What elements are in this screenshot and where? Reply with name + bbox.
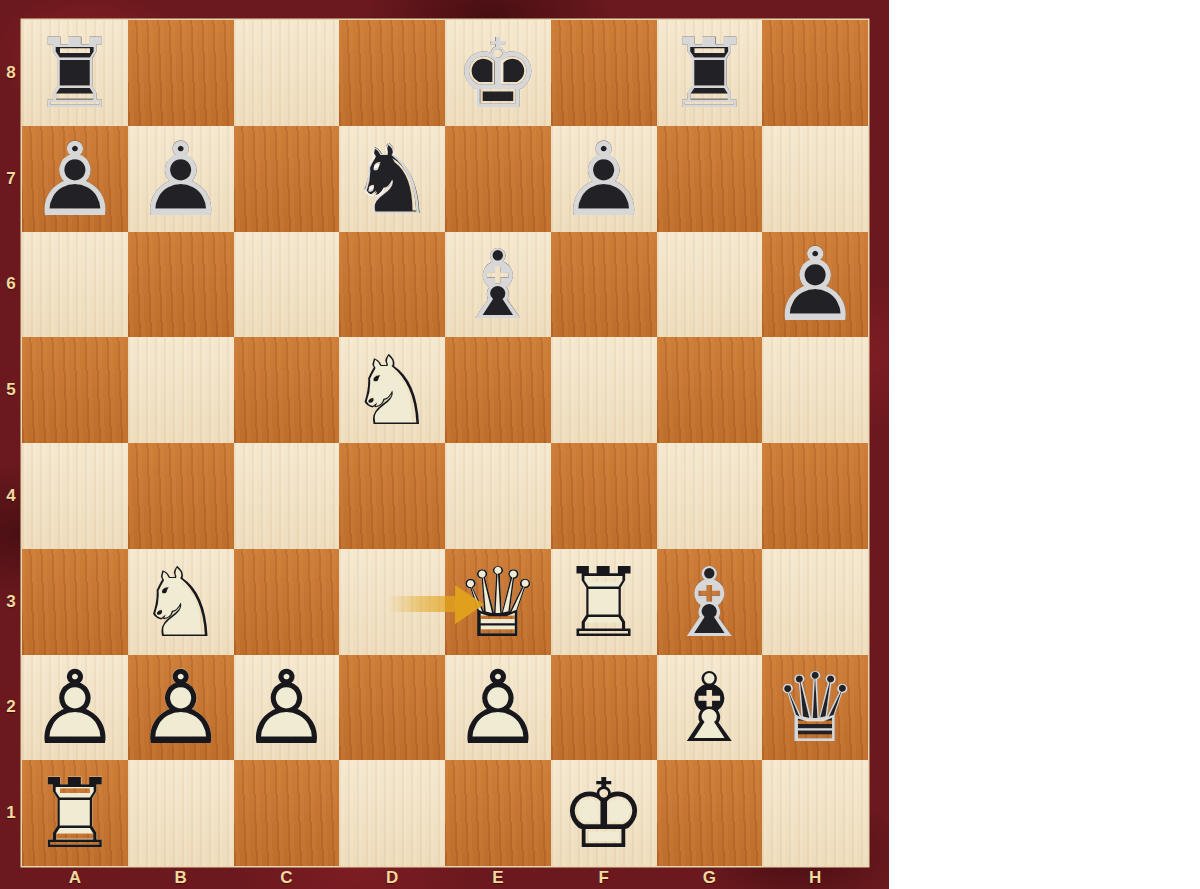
square-c2[interactable]: ♟♙ [234, 655, 340, 761]
square-e1[interactable] [445, 760, 551, 866]
square-d6[interactable] [339, 232, 445, 338]
white-rook-a1[interactable]: ♜♖ [22, 760, 128, 866]
square-f3[interactable]: ♜♖ [551, 549, 657, 655]
black-queen-h2[interactable]: ♛♕ [762, 655, 868, 761]
square-g7[interactable] [657, 126, 763, 232]
board-diagram: ♜♖♚♔♜♖♟♙♟♙♞♘♟♙♝♗♟♙♞♘♞♘♛♕♜♖♝♗♟♙♟♙♟♙♟♙♝♗♛♕… [0, 0, 1200, 889]
square-b1[interactable] [128, 760, 234, 866]
file-label-h: H [809, 868, 821, 888]
black-king-e8[interactable]: ♚♔ [445, 20, 551, 126]
white-pawn-b2[interactable]: ♟♙ [128, 655, 234, 761]
white-queen-icon: ♕ [455, 555, 541, 651]
black-rook-g8[interactable]: ♜♖ [657, 20, 763, 126]
square-f6[interactable] [551, 232, 657, 338]
white-knight-icon: ♘ [138, 555, 224, 651]
file-label-f: F [598, 868, 608, 888]
square-f7[interactable]: ♟♙ [551, 126, 657, 232]
file-label-b: B [174, 868, 186, 888]
board-frame: ♜♖♚♔♜♖♟♙♟♙♞♘♟♙♝♗♟♙♞♘♞♘♛♕♜♖♝♗♟♙♟♙♟♙♟♙♝♗♛♕… [0, 0, 889, 889]
file-label-d: D [386, 868, 398, 888]
black-pawn-a7[interactable]: ♟♙ [22, 126, 128, 232]
black-pawn-icon: ♙ [29, 129, 120, 231]
square-d5[interactable]: ♞♘ [339, 337, 445, 443]
black-queen-icon: ♕ [772, 660, 858, 756]
black-bishop-g3[interactable]: ♝♗ [657, 549, 763, 655]
white-pawn-a2[interactable]: ♟♙ [22, 655, 128, 761]
white-knight-icon: ♘ [349, 343, 435, 439]
square-g3[interactable]: ♝♗ [657, 549, 763, 655]
white-pawn-icon: ♙ [241, 657, 332, 759]
rank-label-3: 3 [6, 592, 15, 612]
square-a4[interactable] [22, 443, 128, 549]
square-c8[interactable] [234, 20, 340, 126]
square-h4[interactable] [762, 443, 868, 549]
square-e2[interactable]: ♟♙ [445, 655, 551, 761]
black-rook-icon: ♖ [666, 26, 752, 122]
square-b3[interactable]: ♞♘ [128, 549, 234, 655]
square-g5[interactable] [657, 337, 763, 443]
file-label-a: A [69, 868, 81, 888]
square-a3[interactable] [22, 549, 128, 655]
square-d2[interactable] [339, 655, 445, 761]
square-h6[interactable]: ♟♙ [762, 232, 868, 338]
white-rook-f3[interactable]: ♜♖ [551, 549, 657, 655]
white-bishop-g2[interactable]: ♝♗ [657, 655, 763, 761]
white-queen-e3[interactable]: ♛♕ [445, 549, 551, 655]
square-d7[interactable]: ♞♘ [339, 126, 445, 232]
square-e6[interactable]: ♝♗ [445, 232, 551, 338]
black-rook-a8[interactable]: ♜♖ [22, 20, 128, 126]
square-g1[interactable] [657, 760, 763, 866]
square-e8[interactable]: ♚♔ [445, 20, 551, 126]
square-d8[interactable] [339, 20, 445, 126]
square-d4[interactable] [339, 443, 445, 549]
black-bishop-e6[interactable]: ♝♗ [445, 232, 551, 338]
rank-label-1: 1 [6, 803, 15, 823]
square-h3[interactable] [762, 549, 868, 655]
square-c4[interactable] [234, 443, 340, 549]
square-f4[interactable] [551, 443, 657, 549]
square-b8[interactable] [128, 20, 234, 126]
square-a8[interactable]: ♜♖ [22, 20, 128, 126]
white-knight-b3[interactable]: ♞♘ [128, 549, 234, 655]
square-g8[interactable]: ♜♖ [657, 20, 763, 126]
file-labels: ABCDEFGH [22, 866, 868, 889]
white-pawn-icon: ♙ [452, 657, 543, 759]
square-e5[interactable] [445, 337, 551, 443]
square-h8[interactable] [762, 20, 868, 126]
square-h1[interactable] [762, 760, 868, 866]
square-a5[interactable] [22, 337, 128, 443]
square-f2[interactable] [551, 655, 657, 761]
black-pawn-icon: ♙ [769, 234, 860, 336]
black-pawn-f7[interactable]: ♟♙ [551, 126, 657, 232]
black-pawn-h6[interactable]: ♟♙ [762, 232, 868, 338]
white-rook-icon: ♖ [32, 766, 118, 862]
square-h5[interactable] [762, 337, 868, 443]
black-knight-icon: ♘ [349, 132, 435, 228]
square-a2[interactable]: ♟♙ [22, 655, 128, 761]
square-d3[interactable] [339, 549, 445, 655]
black-bishop-icon: ♗ [455, 237, 541, 333]
square-g4[interactable] [657, 443, 763, 549]
square-g6[interactable] [657, 232, 763, 338]
white-king-f1[interactable]: ♚♔ [551, 760, 657, 866]
rank-label-2: 2 [6, 697, 15, 717]
black-king-icon: ♔ [455, 26, 541, 122]
square-g2[interactable]: ♝♗ [657, 655, 763, 761]
white-king-icon: ♔ [561, 766, 647, 862]
rank-label-5: 5 [6, 380, 15, 400]
square-a6[interactable] [22, 232, 128, 338]
square-e3[interactable]: ♛♕ [445, 549, 551, 655]
square-c3[interactable] [234, 549, 340, 655]
white-knight-d5[interactable]: ♞♘ [339, 337, 445, 443]
square-f1[interactable]: ♚♔ [551, 760, 657, 866]
rank-label-6: 6 [6, 274, 15, 294]
square-e7[interactable] [445, 126, 551, 232]
black-pawn-icon: ♙ [135, 129, 226, 231]
black-rook-icon: ♖ [32, 26, 118, 122]
white-rook-icon: ♖ [561, 555, 647, 651]
white-pawn-icon: ♙ [29, 657, 120, 759]
black-pawn-icon: ♙ [558, 129, 649, 231]
file-label-c: C [280, 868, 292, 888]
rank-label-7: 7 [6, 169, 15, 189]
square-a7[interactable]: ♟♙ [22, 126, 128, 232]
white-bishop-icon: ♗ [666, 660, 752, 756]
square-h2[interactable]: ♛♕ [762, 655, 868, 761]
rank-labels: 87654321 [0, 20, 22, 866]
board-grid: ♜♖♚♔♜♖♟♙♟♙♞♘♟♙♝♗♟♙♞♘♞♘♛♕♜♖♝♗♟♙♟♙♟♙♟♙♝♗♛♕… [22, 20, 868, 866]
square-b6[interactable] [128, 232, 234, 338]
black-pawn-b7[interactable]: ♟♙ [128, 126, 234, 232]
square-b7[interactable]: ♟♙ [128, 126, 234, 232]
black-knight-d7[interactable]: ♞♘ [339, 126, 445, 232]
rank-label-8: 8 [6, 63, 15, 83]
file-label-e: E [492, 868, 503, 888]
black-bishop-icon: ♗ [666, 555, 752, 651]
square-a1[interactable]: ♜♖ [22, 760, 128, 866]
square-f5[interactable] [551, 337, 657, 443]
white-pawn-e2[interactable]: ♟♙ [445, 655, 551, 761]
square-c5[interactable] [234, 337, 340, 443]
square-c1[interactable] [234, 760, 340, 866]
rank-label-4: 4 [6, 486, 15, 506]
white-pawn-icon: ♙ [135, 657, 226, 759]
square-h7[interactable] [762, 126, 868, 232]
file-label-g: G [703, 868, 716, 888]
square-f8[interactable] [551, 20, 657, 126]
square-b2[interactable]: ♟♙ [128, 655, 234, 761]
square-b4[interactable] [128, 443, 234, 549]
square-c7[interactable] [234, 126, 340, 232]
square-b5[interactable] [128, 337, 234, 443]
square-e4[interactable] [445, 443, 551, 549]
square-c6[interactable] [234, 232, 340, 338]
white-pawn-c2[interactable]: ♟♙ [234, 655, 340, 761]
square-d1[interactable] [339, 760, 445, 866]
